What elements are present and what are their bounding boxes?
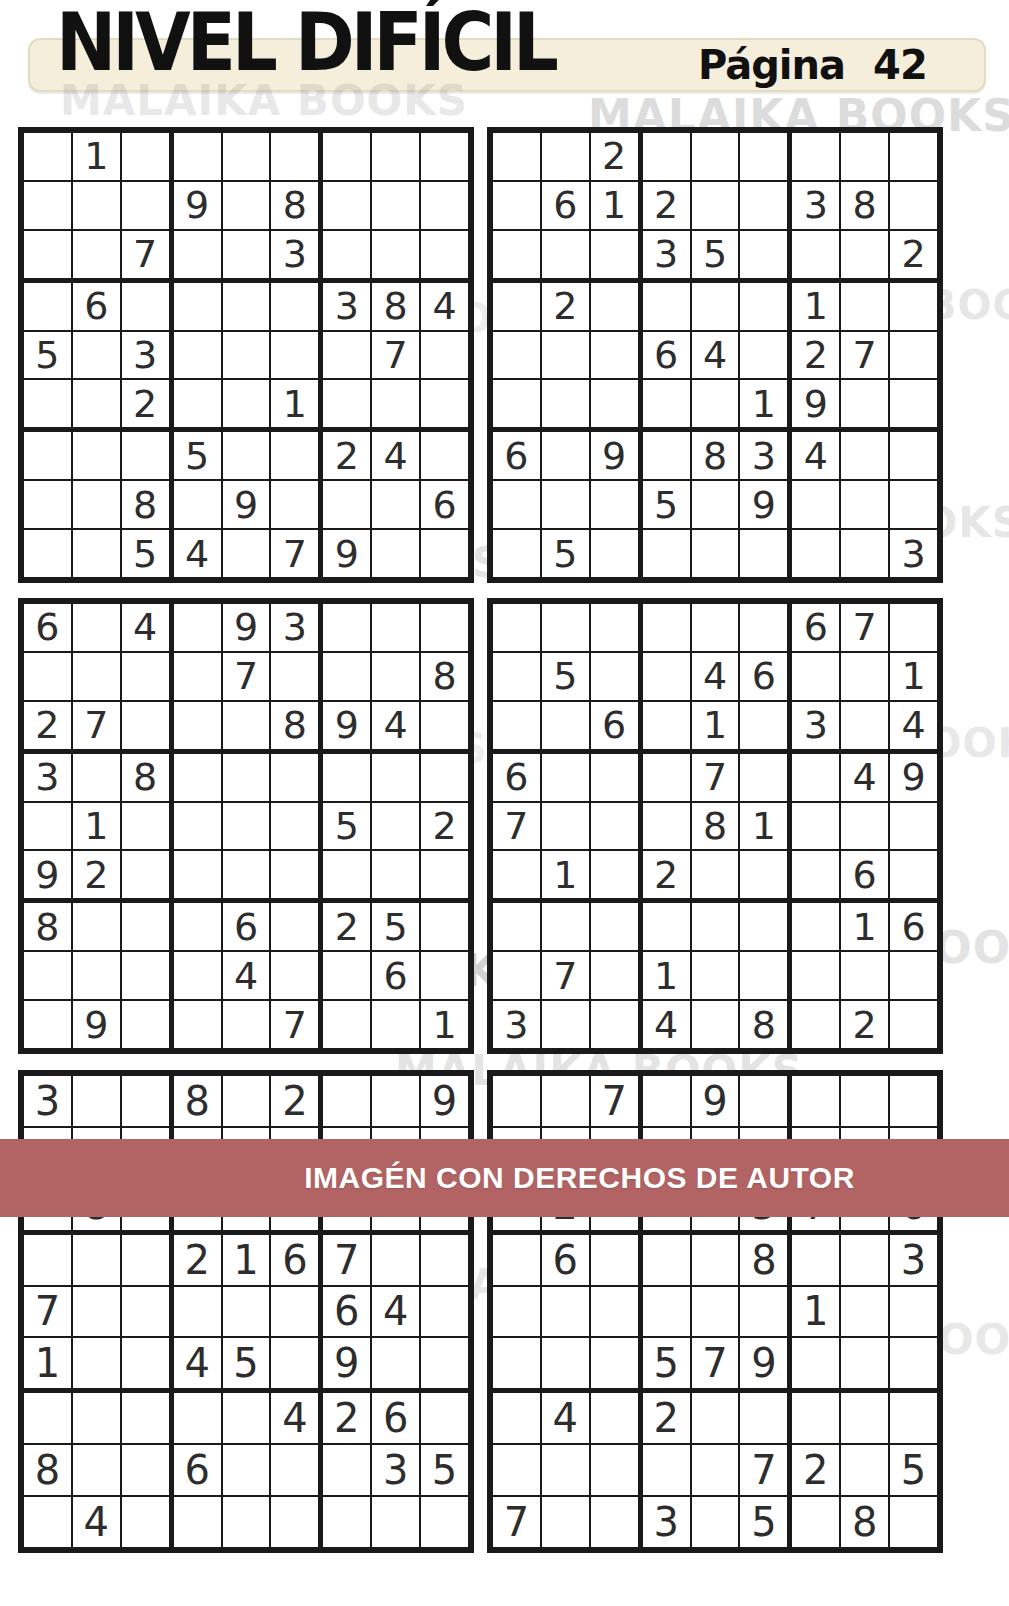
sudoku-cell-r8c6: 7 xyxy=(740,1445,787,1495)
sudoku-cell-r3c4 xyxy=(174,702,221,749)
sudoku-cell-r3c1 xyxy=(24,231,71,278)
sudoku-cell-r7c6: 4 xyxy=(271,1393,318,1443)
sudoku-cell-r7c9: 6 xyxy=(890,903,937,950)
sudoku-cell-r1c2 xyxy=(542,1076,589,1126)
sudoku-cell-r2c3 xyxy=(591,653,638,700)
sudoku-cell-r1c6: 2 xyxy=(271,1076,318,1126)
sudoku-cell-r5c8: 7 xyxy=(841,332,888,379)
sudoku-box: 2 xyxy=(493,283,638,428)
sudoku-cell-r3c7 xyxy=(792,231,839,278)
sudoku-cell-r4c8: 4 xyxy=(841,754,888,801)
sudoku-cell-r8c1 xyxy=(493,952,540,999)
sudoku-cell-r2c7: 3 xyxy=(792,182,839,229)
sudoku-cell-r5c3 xyxy=(591,1287,638,1337)
sudoku-cell-r2c8: 8 xyxy=(841,182,888,229)
sudoku-cell-r4c4 xyxy=(643,1235,690,1285)
sudoku-cell-r9c1 xyxy=(24,530,71,577)
sudoku-cell-r9c3: 5 xyxy=(122,530,169,577)
sudoku-cell-r4c2 xyxy=(73,1235,120,1285)
sudoku-cell-r6c3 xyxy=(591,380,638,427)
sudoku-cell-r8c5 xyxy=(223,1445,270,1495)
sudoku-box: 647 xyxy=(174,903,319,1048)
sudoku-cell-r1c1: 3 xyxy=(24,1076,71,1126)
sudoku-cell-r7c5 xyxy=(223,432,270,479)
sudoku-cell-r6c8 xyxy=(372,1338,419,1388)
sudoku-cell-r6c4 xyxy=(643,380,690,427)
sudoku-cell-r3c1: 2 xyxy=(24,702,71,749)
sudoku-cell-r5c6 xyxy=(271,1287,318,1337)
sudoku-cell-r5c2 xyxy=(542,803,589,850)
sudoku-cell-r1c3 xyxy=(122,1076,169,1126)
sudoku-cell-r5c4 xyxy=(643,1287,690,1337)
sudoku-cell-r3c8 xyxy=(841,702,888,749)
sudoku-cell-r9c5 xyxy=(223,1497,270,1547)
sudoku-cell-r1c6 xyxy=(271,133,318,180)
sudoku-cell-r4c5 xyxy=(223,754,270,801)
sudoku-cell-r2c8 xyxy=(372,653,419,700)
sudoku-cell-r5c8 xyxy=(372,803,419,850)
sudoku-cell-r1c7 xyxy=(792,133,839,180)
sudoku-cell-r8c6 xyxy=(271,952,318,999)
sudoku-cell-r7c4: 2 xyxy=(643,1393,690,1443)
sudoku-cell-r4c7: 3 xyxy=(323,283,370,330)
sudoku-cell-r6c6: 9 xyxy=(740,1338,787,1388)
sudoku-cell-r2c6 xyxy=(271,653,318,700)
sudoku-cell-r9c6 xyxy=(740,530,787,577)
sudoku-cell-r8c7 xyxy=(323,952,370,999)
sudoku-cell-r6c1 xyxy=(493,1338,540,1388)
sudoku-cell-r6c8 xyxy=(372,851,419,898)
sudoku-cell-r4c1: 3 xyxy=(24,754,71,801)
sudoku-cell-r6c5 xyxy=(692,851,739,898)
sudoku-cell-r7c6 xyxy=(740,1393,787,1443)
sudoku-box: 983 xyxy=(174,133,319,278)
sudoku-cell-r8c3 xyxy=(122,952,169,999)
sudoku-cell-r3c9: 4 xyxy=(890,702,937,749)
sudoku-cell-r6c5 xyxy=(223,380,270,427)
sudoku-cell-r1c3 xyxy=(122,133,169,180)
sudoku-cell-r9c8 xyxy=(372,1001,419,1048)
sudoku-cell-r8c5: 4 xyxy=(223,952,270,999)
sudoku-cell-r9c6: 8 xyxy=(740,1001,787,1048)
sudoku-cell-r7c2 xyxy=(73,903,120,950)
sudoku-cell-r4c7 xyxy=(323,754,370,801)
sudoku-box: 7649 xyxy=(323,1235,468,1389)
sudoku-cell-r8c8 xyxy=(841,1445,888,1495)
sudoku-cell-r5c7: 5 xyxy=(323,803,370,850)
sudoku-cell-r9c1 xyxy=(24,1001,71,1048)
sudoku-cell-r9c3 xyxy=(591,1497,638,1547)
sudoku-cell-r5c1: 7 xyxy=(493,803,540,850)
sudoku-box: 8359 xyxy=(643,432,788,577)
sudoku-cell-r6c2 xyxy=(542,1338,589,1388)
sudoku-cell-r7c7: 2 xyxy=(323,903,370,950)
sudoku-box: 6 xyxy=(493,1235,638,1389)
sudoku-cell-r8c3: 8 xyxy=(122,481,169,528)
sudoku-cell-r7c9 xyxy=(421,1393,468,1443)
sudoku-cell-r8c2: 7 xyxy=(542,952,589,999)
sudoku-cell-r9c8 xyxy=(841,530,888,577)
sudoku-cell-r7c7: 2 xyxy=(323,432,370,479)
sudoku-cell-r1c1 xyxy=(493,1076,540,1126)
sudoku-cell-r2c1 xyxy=(493,182,540,229)
sudoku-cell-r8c1: 8 xyxy=(24,1445,71,1495)
sudoku-cell-r9c2: 4 xyxy=(73,1497,120,1547)
sudoku-cell-r7c7 xyxy=(792,903,839,950)
sudoku-cell-r4c9 xyxy=(421,754,468,801)
sudoku-cell-r3c5 xyxy=(223,231,270,278)
sudoku-cell-r9c2: 5 xyxy=(542,530,589,577)
sudoku-cell-r6c9 xyxy=(421,380,468,427)
sudoku-box xyxy=(323,133,468,278)
sudoku-cell-r4c5 xyxy=(692,1235,739,1285)
sudoku-cell-r7c1 xyxy=(24,1393,71,1443)
sudoku-cell-r9c6: 7 xyxy=(271,1001,318,1048)
sudoku-box: 47 xyxy=(493,1393,638,1547)
sudoku-cell-r3c5: 5 xyxy=(692,231,739,278)
sudoku-cell-r1c5 xyxy=(223,1076,270,1126)
sudoku-box: 67134 xyxy=(792,604,937,749)
sudoku-cell-r9c5 xyxy=(692,1497,739,1547)
sudoku-cell-r2c9: 1 xyxy=(890,653,937,700)
sudoku-cell-r1c2 xyxy=(542,604,589,651)
sudoku-cell-r5c9 xyxy=(890,803,937,850)
sudoku-cell-r9c2 xyxy=(73,530,120,577)
sudoku-cell-r4c6 xyxy=(740,754,787,801)
sudoku-box: 2735 xyxy=(643,1393,788,1547)
sudoku-cell-r2c4: 9 xyxy=(174,182,221,229)
sudoku-cell-r9c8 xyxy=(372,530,419,577)
sudoku-cell-r6c1 xyxy=(493,851,540,898)
sudoku-cell-r5c2 xyxy=(542,332,589,379)
sudoku-cell-r6c7 xyxy=(792,1338,839,1388)
sudoku-cell-r5c6 xyxy=(271,332,318,379)
sudoku-cell-r9c9: 1 xyxy=(421,1001,468,1048)
sudoku-cell-r9c1 xyxy=(24,1497,71,1547)
sudoku-cell-r6c7: 9 xyxy=(323,1338,370,1388)
sudoku-cell-r2c7 xyxy=(323,182,370,229)
sudoku-cell-r3c3 xyxy=(591,231,638,278)
sudoku-cell-r5c5: 4 xyxy=(692,332,739,379)
sudoku-cell-r6c8 xyxy=(372,380,419,427)
sudoku-cell-r4c4 xyxy=(643,283,690,330)
sudoku-cell-r1c1 xyxy=(493,133,540,180)
sudoku-cell-r6c1: 1 xyxy=(24,1338,71,1388)
sudoku-box: 3847 xyxy=(323,283,468,428)
sudoku-cell-r8c9 xyxy=(890,952,937,999)
sudoku-cell-r6c9 xyxy=(890,851,937,898)
sudoku-cell-r5c2 xyxy=(542,1287,589,1337)
sudoku-cell-r5c1 xyxy=(493,1287,540,1337)
sudoku-cell-r3c4: 3 xyxy=(643,231,690,278)
sudoku-cell-r8c7 xyxy=(792,952,839,999)
sudoku-cell-r6c2 xyxy=(73,380,120,427)
sudoku-cell-r6c6: 1 xyxy=(271,380,318,427)
sudoku-cell-r2c2 xyxy=(73,182,120,229)
sudoku-cell-r5c6 xyxy=(740,1287,787,1337)
sudoku-grid-middle-right: 5646167134671781249673148162 xyxy=(487,598,943,1054)
sudoku-cell-r7c3: 9 xyxy=(591,432,638,479)
sudoku-cell-r1c8 xyxy=(841,133,888,180)
sudoku-box: 1 xyxy=(174,283,319,428)
sudoku-cell-r7c4: 5 xyxy=(174,432,221,479)
sudoku-cell-r1c4 xyxy=(174,604,221,651)
sudoku-cell-r7c2 xyxy=(542,432,589,479)
sudoku-cell-r1c1 xyxy=(493,604,540,651)
sudoku-cell-r5c5: 8 xyxy=(692,803,739,850)
sudoku-cell-r2c9 xyxy=(890,182,937,229)
sudoku-cell-r5c7: 1 xyxy=(792,1287,839,1337)
sudoku-cell-r9c7 xyxy=(792,530,839,577)
sudoku-cell-r2c4: 2 xyxy=(643,182,690,229)
sudoku-cell-r4c2: 6 xyxy=(73,283,120,330)
sudoku-cell-r8c1 xyxy=(24,481,71,528)
sudoku-box: 1279 xyxy=(792,283,937,428)
sudoku-box: 46 xyxy=(174,1393,319,1547)
sudoku-cell-r5c3 xyxy=(591,332,638,379)
sudoku-cell-r3c5: 1 xyxy=(692,702,739,749)
sudoku-cell-r1c7 xyxy=(792,1076,839,1126)
sudoku-cell-r4c6 xyxy=(271,283,318,330)
sudoku-cell-r8c5 xyxy=(692,481,739,528)
sudoku-cell-r9c2 xyxy=(542,1497,589,1547)
sudoku-grid-top-right: 26123538226411279695835943 xyxy=(487,127,943,583)
sudoku-cell-r4c7 xyxy=(792,754,839,801)
sudoku-box: 31 xyxy=(792,1235,937,1389)
sudoku-cell-r1c2 xyxy=(73,1076,120,1126)
sudoku-cell-r1c6 xyxy=(740,133,787,180)
sudoku-cell-r9c2: 9 xyxy=(73,1001,120,1048)
sudoku-cell-r5c7 xyxy=(792,803,839,850)
sudoku-cell-r6c9 xyxy=(421,1338,468,1388)
sudoku-cell-r6c4 xyxy=(174,380,221,427)
sudoku-cell-r5c1: 5 xyxy=(24,332,71,379)
sudoku-box: 162 xyxy=(792,903,937,1048)
sudoku-cell-r9c3 xyxy=(122,1497,169,1547)
sudoku-cell-r3c9 xyxy=(421,702,468,749)
sudoku-cell-r4c1 xyxy=(24,1235,71,1285)
sudoku-cell-r5c5 xyxy=(223,1287,270,1337)
sudoku-cell-r1c1 xyxy=(24,133,71,180)
sudoku-cell-r5c5 xyxy=(692,1287,739,1337)
sudoku-cell-r6c2: 1 xyxy=(542,851,589,898)
sudoku-cell-r7c8 xyxy=(841,432,888,479)
sudoku-cell-r4c9: 4 xyxy=(421,283,468,330)
sudoku-cell-r8c9 xyxy=(890,481,937,528)
sudoku-box: 461 xyxy=(643,604,788,749)
sudoku-cell-r5c1: 7 xyxy=(24,1287,71,1337)
sudoku-cell-r3c2 xyxy=(542,702,589,749)
sudoku-cell-r7c1: 6 xyxy=(493,432,540,479)
sudoku-cell-r1c5: 9 xyxy=(223,604,270,651)
sudoku-cell-r5c4 xyxy=(174,332,221,379)
sudoku-cell-r3c8 xyxy=(372,231,419,278)
sudoku-cell-r5c6: 1 xyxy=(740,803,787,850)
sudoku-cell-r1c9: 9 xyxy=(421,1076,468,1126)
sudoku-cell-r6c9 xyxy=(890,1338,937,1388)
sudoku-cell-r2c6 xyxy=(740,182,787,229)
sudoku-cell-r9c4 xyxy=(174,1001,221,1048)
sudoku-cell-r9c4: 4 xyxy=(174,530,221,577)
sudoku-cell-r6c4 xyxy=(174,851,221,898)
sudoku-cell-r1c4: 8 xyxy=(174,1076,221,1126)
sudoku-cell-r6c3 xyxy=(122,851,169,898)
sudoku-cell-r9c5 xyxy=(692,530,739,577)
sudoku-cell-r3c4 xyxy=(174,231,221,278)
sudoku-cell-r1c4 xyxy=(643,1076,690,1126)
sudoku-cell-r7c1 xyxy=(24,432,71,479)
sudoku-cell-r9c6 xyxy=(271,1497,318,1547)
sudoku-cell-r5c3: 3 xyxy=(122,332,169,379)
sudoku-cell-r1c8: 7 xyxy=(841,604,888,651)
sudoku-cell-r7c1 xyxy=(493,903,540,950)
sudoku-cell-r4c7: 7 xyxy=(323,1235,370,1285)
sudoku-cell-r1c4 xyxy=(643,604,690,651)
sudoku-cell-r5c7: 6 xyxy=(323,1287,370,1337)
sudoku-cell-r9c3 xyxy=(591,530,638,577)
sudoku-cell-r1c8 xyxy=(372,1076,419,1126)
sudoku-box: 2561 xyxy=(323,903,468,1048)
sudoku-box: 258 xyxy=(792,1393,937,1547)
sudoku-cell-r1c3: 7 xyxy=(591,1076,638,1126)
sudoku-cell-r9c2 xyxy=(542,1001,589,1048)
sudoku-cell-r3c7: 9 xyxy=(323,702,370,749)
sudoku-box: 71 xyxy=(24,1235,169,1389)
sudoku-cell-r5c8 xyxy=(841,1287,888,1337)
sudoku-box: 17 xyxy=(24,133,169,278)
sudoku-cell-r9c9 xyxy=(421,1497,468,1547)
sudoku-cell-r8c5 xyxy=(692,952,739,999)
sudoku-cell-r3c8: 4 xyxy=(372,702,419,749)
sudoku-cell-r7c5: 6 xyxy=(223,903,270,950)
sudoku-box xyxy=(174,754,319,899)
sudoku-cell-r1c8 xyxy=(841,1076,888,1126)
sudoku-cell-r8c8 xyxy=(841,952,888,999)
sudoku-box: 235 xyxy=(643,133,788,278)
sudoku-cell-r8c4: 5 xyxy=(643,481,690,528)
sudoku-grid-top-left: 179836532138478559472469 xyxy=(18,127,474,583)
sudoku-cell-r4c4 xyxy=(174,754,221,801)
sudoku-cell-r7c7: 2 xyxy=(323,1393,370,1443)
sudoku-cell-r8c4 xyxy=(174,481,221,528)
sudoku-cell-r4c3 xyxy=(591,1235,638,1285)
sudoku-cell-r9c1: 7 xyxy=(493,1497,540,1547)
sudoku-cell-r8c9: 6 xyxy=(421,481,468,528)
sudoku-cell-r5c2 xyxy=(73,332,120,379)
sudoku-cell-r6c3 xyxy=(591,1338,638,1388)
sudoku-cell-r9c7 xyxy=(323,1497,370,1547)
sudoku-cell-r1c8 xyxy=(372,604,419,651)
sudoku-cell-r5c9: 2 xyxy=(421,803,468,850)
sudoku-cell-r1c8 xyxy=(372,133,419,180)
sudoku-cell-r7c2 xyxy=(73,432,120,479)
sudoku-box: 21645 xyxy=(174,1235,319,1389)
sudoku-cell-r7c3 xyxy=(122,903,169,950)
sudoku-cell-r3c2 xyxy=(542,231,589,278)
sudoku-cell-r4c5: 1 xyxy=(223,1235,270,1285)
sudoku-cell-r4c8 xyxy=(841,283,888,330)
sudoku-cell-r5c8: 4 xyxy=(372,1287,419,1337)
sudoku-cell-r4c1: 6 xyxy=(493,754,540,801)
sudoku-cell-r5c6 xyxy=(271,803,318,850)
sudoku-cell-r6c7: 9 xyxy=(792,380,839,427)
sudoku-cell-r8c9: 5 xyxy=(421,1445,468,1495)
sudoku-cell-r4c3: 8 xyxy=(122,754,169,801)
sudoku-cell-r4c9: 9 xyxy=(890,754,937,801)
sudoku-cell-r5c5 xyxy=(223,332,270,379)
sudoku-cell-r6c9 xyxy=(890,380,937,427)
sudoku-cell-r4c2 xyxy=(73,754,120,801)
page: NIVEL DIFÍCIL Página 42 MALAIKA BOOKSMAL… xyxy=(0,0,1009,1606)
sudoku-cell-r1c7 xyxy=(323,1076,370,1126)
sudoku-cell-r2c8 xyxy=(372,182,419,229)
sudoku-cell-r3c5 xyxy=(223,702,270,749)
sudoku-cell-r9c9 xyxy=(890,1497,937,1547)
sudoku-grid-middle-left: 642793788943819252896472561 xyxy=(18,598,474,1054)
sudoku-cell-r4c7: 1 xyxy=(792,283,839,330)
sudoku-cell-r6c4: 4 xyxy=(174,1338,221,1388)
sudoku-cell-r1c6 xyxy=(740,1076,787,1126)
sudoku-cell-r3c6 xyxy=(740,702,787,749)
sudoku-cell-r4c7 xyxy=(792,1235,839,1285)
sudoku-cell-r2c7 xyxy=(792,653,839,700)
sudoku-cell-r6c6: 1 xyxy=(740,380,787,427)
sudoku-cell-r4c1 xyxy=(493,1235,540,1285)
sudoku-cell-r7c5: 8 xyxy=(692,432,739,479)
sudoku-cell-r1c2 xyxy=(73,604,120,651)
sudoku-cell-r8c6 xyxy=(271,481,318,528)
sudoku-box: 894 xyxy=(323,604,468,749)
sudoku-cell-r8c6 xyxy=(271,1445,318,1495)
sudoku-cell-r9c6: 7 xyxy=(271,530,318,577)
sudoku-cell-r5c4 xyxy=(174,803,221,850)
sudoku-cell-r5c3 xyxy=(591,803,638,850)
sudoku-cell-r7c3 xyxy=(591,903,638,950)
sudoku-box: 38192 xyxy=(24,754,169,899)
sudoku-cell-r5c9 xyxy=(421,332,468,379)
sudoku-cell-r7c1: 8 xyxy=(24,903,71,950)
sudoku-cell-r2c9 xyxy=(421,182,468,229)
sudoku-box: 6532 xyxy=(24,283,169,428)
sudoku-cell-r1c9 xyxy=(890,604,937,651)
sudoku-cell-r7c7: 4 xyxy=(792,432,839,479)
sudoku-cell-r7c5 xyxy=(223,1393,270,1443)
sudoku-cell-r7c5 xyxy=(692,903,739,950)
sudoku-cell-r9c7: 9 xyxy=(323,530,370,577)
sudoku-cell-r7c7 xyxy=(792,1393,839,1443)
sudoku-cell-r7c8: 1 xyxy=(841,903,888,950)
sudoku-cell-r9c6: 5 xyxy=(740,1497,787,1547)
sudoku-cell-r2c1 xyxy=(24,653,71,700)
sudoku-cell-r7c3 xyxy=(122,1393,169,1443)
sudoku-cell-r7c1 xyxy=(493,1393,540,1443)
page-title: NIVEL DIFÍCIL xyxy=(56,2,555,83)
sudoku-box: 73 xyxy=(493,903,638,1048)
sudoku-cell-r8c2 xyxy=(73,481,120,528)
sudoku-cell-r6c5 xyxy=(692,380,739,427)
sudoku-cell-r2c4 xyxy=(174,653,221,700)
sudoku-cell-r8c7 xyxy=(323,481,370,528)
sudoku-cell-r1c9 xyxy=(421,604,468,651)
sudoku-cell-r1c4 xyxy=(174,133,221,180)
sudoku-cell-r4c6 xyxy=(740,283,787,330)
sudoku-cell-r8c3 xyxy=(591,481,638,528)
sudoku-cell-r8c2 xyxy=(542,481,589,528)
sudoku-cell-r3c9: 2 xyxy=(890,231,937,278)
sudoku-box: 5947 xyxy=(174,432,319,577)
sudoku-cell-r2c8 xyxy=(841,653,888,700)
sudoku-cell-r2c4 xyxy=(643,653,690,700)
